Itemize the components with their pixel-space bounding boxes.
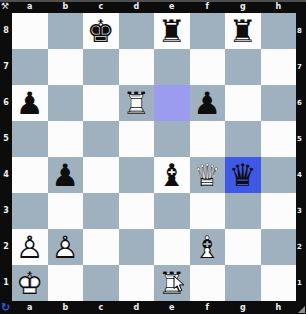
rank-label-right-2: 2 (296, 229, 306, 265)
square-h1[interactable] (261, 265, 297, 301)
square-a8[interactable] (12, 13, 48, 49)
square-e7[interactable] (154, 49, 190, 85)
square-g6[interactable] (225, 85, 261, 121)
square-a3[interactable] (12, 193, 48, 229)
square-b4[interactable]: ♟ (48, 157, 84, 193)
square-f4[interactable]: ♛♕ (190, 157, 226, 193)
square-f1[interactable] (190, 265, 226, 301)
mouse-cursor-icon (173, 275, 187, 293)
rank-label-left-2: 2 (0, 229, 12, 265)
square-c3[interactable] (83, 193, 119, 229)
piece-black-pawn[interactable]: ♟ (48, 157, 84, 193)
piece-white-rook[interactable]: ♜♖ (119, 85, 155, 121)
resize-handle-icon[interactable] (298, 306, 305, 313)
piece-glyph: ♙ (51, 232, 79, 263)
square-d1[interactable] (119, 265, 155, 301)
square-a5[interactable] (12, 121, 48, 157)
square-f2[interactable]: ♝♗ (190, 229, 226, 265)
square-e2[interactable] (154, 229, 190, 265)
square-d4[interactable] (119, 157, 155, 193)
square-g2[interactable] (225, 229, 261, 265)
square-d2[interactable] (119, 229, 155, 265)
file-label-bottom-a: a (12, 301, 48, 314)
piece-glyph: ♟ (193, 88, 221, 119)
square-f8[interactable] (190, 13, 226, 49)
rank-label-right-3: 3 (296, 193, 306, 229)
piece-glyph: ♟ (51, 160, 79, 191)
rank-label-left-4: 4 (0, 157, 12, 193)
square-b5[interactable] (48, 121, 84, 157)
square-h6[interactable] (261, 85, 297, 121)
square-e5[interactable] (154, 121, 190, 157)
piece-black-king[interactable]: ♚ (83, 13, 119, 49)
square-f7[interactable] (190, 49, 226, 85)
square-b3[interactable] (48, 193, 84, 229)
piece-black-queen[interactable]: ♛ (225, 157, 261, 193)
piece-white-king[interactable]: ♚♔ (12, 265, 48, 301)
square-a6[interactable]: ♟ (12, 85, 48, 121)
square-h4[interactable] (261, 157, 297, 193)
square-c6[interactable] (83, 85, 119, 121)
piece-white-bishop[interactable]: ♝♗ (190, 229, 226, 265)
rank-label-left-5: 5 (0, 121, 12, 157)
square-b8[interactable] (48, 13, 84, 49)
square-b7[interactable] (48, 49, 84, 85)
file-label-bottom-b: b (48, 301, 84, 314)
resize-corner (296, 301, 306, 314)
square-e8[interactable]: ♜ (154, 13, 190, 49)
piece-black-bishop[interactable]: ♝ (154, 157, 190, 193)
square-e6[interactable] (154, 85, 190, 121)
chess-board: ⚒abcdefgh8♚♜♜8776♟♜♖♟6554♟♝♛♕♛4332♟♙♟♙♝♗… (0, 0, 306, 314)
piece-glyph: ♕ (193, 160, 221, 191)
square-g5[interactable] (225, 121, 261, 157)
piece-glyph: ♟ (16, 88, 44, 119)
piece-glyph: ♙ (16, 232, 44, 263)
square-d3[interactable] (119, 193, 155, 229)
piece-black-rook[interactable]: ♜ (225, 13, 261, 49)
file-label-bottom-f: f (190, 301, 226, 314)
square-e3[interactable] (154, 193, 190, 229)
rank-label-left-6: 6 (0, 85, 12, 121)
square-d6[interactable]: ♜♖ (119, 85, 155, 121)
rank-label-right-7: 7 (296, 49, 306, 85)
square-f6[interactable]: ♟ (190, 85, 226, 121)
square-g1[interactable] (225, 265, 261, 301)
square-d8[interactable] (119, 13, 155, 49)
square-g7[interactable] (225, 49, 261, 85)
file-label-bottom-d: d (119, 301, 155, 314)
square-a1[interactable]: ♚♔ (12, 265, 48, 301)
square-h8[interactable] (261, 13, 297, 49)
square-h2[interactable] (261, 229, 297, 265)
square-c7[interactable] (83, 49, 119, 85)
square-b1[interactable] (48, 265, 84, 301)
square-b2[interactable]: ♟♙ (48, 229, 84, 265)
piece-glyph: ♛ (229, 160, 257, 191)
square-b6[interactable] (48, 85, 84, 121)
square-c5[interactable] (83, 121, 119, 157)
tools-icon[interactable]: ⚒ (0, 2, 9, 11)
square-d7[interactable] (119, 49, 155, 85)
square-a4[interactable] (12, 157, 48, 193)
piece-glyph: ♖ (122, 88, 150, 119)
piece-glyph: ♝ (158, 160, 186, 191)
rank-label-right-1: 1 (296, 265, 306, 301)
square-e4[interactable]: ♝ (154, 157, 190, 193)
rank-label-right-5: 5 (296, 121, 306, 157)
piece-black-pawn[interactable]: ♟ (190, 85, 226, 121)
rank-label-left-8: 8 (0, 13, 12, 49)
piece-white-queen[interactable]: ♛♕ (190, 157, 226, 193)
square-a7[interactable] (12, 49, 48, 85)
square-c4[interactable] (83, 157, 119, 193)
square-c2[interactable] (83, 229, 119, 265)
square-f5[interactable] (190, 121, 226, 157)
square-h5[interactable] (261, 121, 297, 157)
flip-board-icon[interactable]: ↻ (0, 302, 10, 313)
square-g3[interactable] (225, 193, 261, 229)
rank-label-right-8: 8 (296, 13, 306, 49)
file-label-bottom-h: h (261, 301, 297, 314)
rank-label-left-3: 3 (0, 193, 12, 229)
rank-label-right-4: 4 (296, 157, 306, 193)
piece-glyph: ♔ (16, 268, 44, 299)
file-label-bottom-e: e (154, 301, 190, 314)
window-top-edge (0, 0, 306, 2)
flip-board-corner: ↻ (0, 301, 12, 314)
square-a2[interactable]: ♟♙ (12, 229, 48, 265)
piece-white-pawn[interactable]: ♟♙ (12, 229, 48, 265)
square-c1[interactable] (83, 265, 119, 301)
square-d5[interactable] (119, 121, 155, 157)
piece-glyph: ♚ (87, 16, 115, 47)
rank-label-left-1: 1 (0, 265, 12, 301)
square-g4[interactable]: ♛ (225, 157, 261, 193)
file-label-bottom-c: c (83, 301, 119, 314)
file-label-bottom-g: g (225, 301, 261, 314)
piece-white-pawn[interactable]: ♟♙ (48, 229, 84, 265)
square-h7[interactable] (261, 49, 297, 85)
rank-label-right-6: 6 (296, 85, 306, 121)
piece-black-rook[interactable]: ♜ (154, 13, 190, 49)
piece-glyph: ♜ (158, 16, 186, 47)
piece-black-pawn[interactable]: ♟ (12, 85, 48, 121)
piece-glyph: ♜ (229, 16, 257, 47)
square-c8[interactable]: ♚ (83, 13, 119, 49)
square-h3[interactable] (261, 193, 297, 229)
square-g8[interactable]: ♜ (225, 13, 261, 49)
square-f3[interactable] (190, 193, 226, 229)
rank-label-left-7: 7 (0, 49, 12, 85)
piece-glyph: ♗ (193, 232, 221, 263)
